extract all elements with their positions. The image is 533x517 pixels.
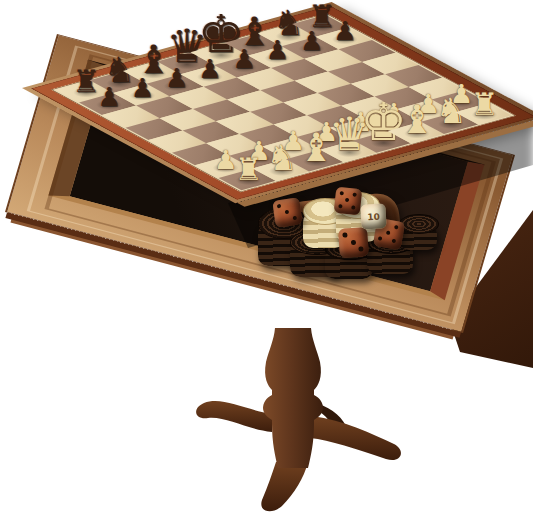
die-pip [353, 192, 357, 196]
poker-die-face: 10 [360, 203, 386, 229]
die [338, 227, 369, 258]
die-pip [358, 246, 363, 251]
die-pip [392, 239, 397, 244]
light-pawn-piece: ♟ [214, 147, 237, 173]
die-pip [386, 231, 391, 236]
dark-pawn-piece: ♟ [165, 65, 188, 91]
light-rook-piece: ♜ [471, 89, 499, 120]
die-pip [345, 198, 349, 202]
die-pip [292, 216, 297, 221]
dark-pawn-piece: ♟ [266, 37, 289, 63]
dark-pawn-piece: ♟ [97, 84, 120, 110]
die-pip [351, 206, 355, 210]
die [334, 187, 363, 216]
die-pip [284, 210, 289, 215]
die-pip [339, 191, 343, 195]
die-pip [338, 204, 342, 208]
dark-pawn-piece: ♟ [199, 56, 222, 82]
poker-die: 10 [360, 203, 386, 229]
dark-pawn-piece: ♟ [300, 28, 323, 54]
checker-top [399, 214, 439, 234]
die-pip [350, 239, 355, 244]
game-table-photo: 10 ♜♞♝♛♚♝♞♜♟♟♟♟♟♟♟♟♟♟♟♟♟♟♟♟♜♞♝♛♚♝♞♜ [0, 0, 533, 517]
die-pip [378, 237, 383, 242]
die [272, 197, 302, 227]
die-pip [394, 225, 399, 230]
dark-pawn-piece: ♟ [334, 18, 357, 44]
die-pip [277, 204, 282, 209]
dark-checker-stack [399, 224, 437, 250]
dark-pawn-piece: ♟ [232, 47, 255, 73]
dark-pawn-piece: ♟ [131, 75, 154, 101]
die-pip [342, 232, 347, 237]
